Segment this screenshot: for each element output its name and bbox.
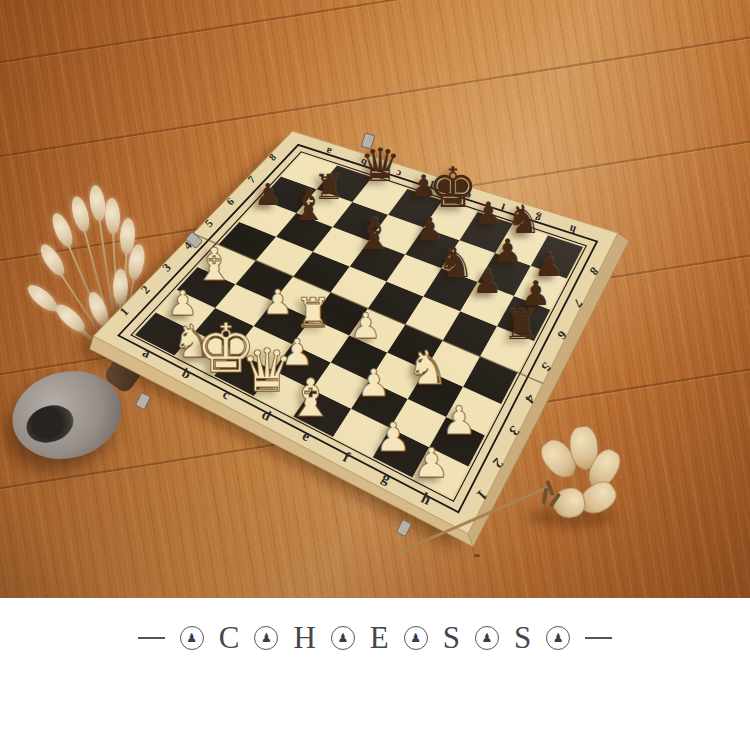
pawn-medallion-icon: ♟ <box>404 626 428 650</box>
white-pawn-h1[interactable]: ♟ <box>411 443 452 484</box>
dark-bishop-b6[interactable]: ♝ <box>288 185 330 227</box>
pawn-glyph: ♟ <box>186 632 197 644</box>
chessboard: 1122334455667788aabbccddeeffgghh <box>0 0 750 598</box>
product-photo-chess-scene: 1122334455667788aabbccddeeffgghh ♚♛♜♜♝♝♞… <box>0 0 750 750</box>
white-pawn-f2[interactable]: ♟ <box>355 365 393 403</box>
chess-wordmark: ♟C♟H♟E♟S♟S♟ <box>0 622 750 653</box>
banner-letter-E: E <box>370 622 389 653</box>
banner-dash <box>585 637 612 639</box>
dark-pawn-a6[interactable]: ♟ <box>253 180 283 210</box>
dark-pawn-f8[interactable]: ♟ <box>473 198 504 229</box>
dark-pawn-g6[interactable]: ♟ <box>471 265 505 299</box>
banner-letter-S: S <box>443 622 460 653</box>
pawn-medallion-icon: ♟ <box>331 626 355 650</box>
white-pawn-g1[interactable]: ♟ <box>373 418 413 458</box>
pawn-medallion-icon: ♟ <box>475 626 499 650</box>
pawn-medallion-icon: ♟ <box>180 626 204 650</box>
pawn-glyph: ♟ <box>410 632 421 644</box>
banner-letter-C: C <box>219 622 240 653</box>
pawn-glyph: ♟ <box>482 632 493 644</box>
caption-banner: ♟C♟H♟E♟S♟S♟ <box>0 598 750 750</box>
white-pawn-h2[interactable]: ♟ <box>440 401 479 440</box>
white-pawn-e4[interactable]: ♟ <box>348 308 383 343</box>
pawn-glyph: ♟ <box>261 632 272 644</box>
dark-queen-c8[interactable]: ♛ <box>357 142 403 188</box>
dark-bishop-d6[interactable]: ♝ <box>352 213 396 257</box>
banner-letter-S: S <box>514 622 531 653</box>
banner-letter-H: H <box>293 622 315 653</box>
pawn-medallion-icon: ♟ <box>546 626 570 650</box>
photo-area: 1122334455667788aabbccddeeffgghh ♚♛♜♜♝♝♞… <box>0 0 750 598</box>
pawn-glyph: ♟ <box>553 632 564 644</box>
banner-dash <box>138 637 165 639</box>
pawn-glyph: ♟ <box>337 632 348 644</box>
white-pawn-c3[interactable]: ♟ <box>261 285 295 319</box>
dark-rook-h5[interactable]: ♜ <box>501 305 542 346</box>
metal-clasp <box>135 392 150 409</box>
white-knight-g3[interactable]: ♞ <box>404 344 451 391</box>
white-rook-d3[interactable]: ♜ <box>293 293 334 334</box>
white-bishop-e1[interactable]: ♝ <box>284 372 337 425</box>
white-bishop-a3[interactable]: ♝ <box>192 242 237 287</box>
pawn-medallion-icon: ♟ <box>254 626 278 650</box>
